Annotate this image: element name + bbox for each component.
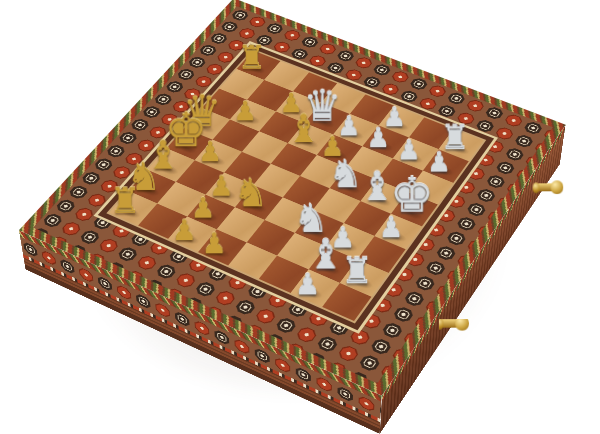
piece-silver-bishop-d7[interactable]: ♝: [359, 166, 394, 206]
piece-gold-rook-a1[interactable]: ♜: [235, 41, 267, 73]
piece-silver-pawn-e8[interactable]: ♟: [373, 213, 408, 241]
drawer-knob-upper[interactable]: [536, 183, 556, 191]
inner-line-frame: ♜♟♜♟♛♟♟♟♟♟♝♟♛♞♝♚♚♟♟♝♟♞♞♟♞♟♝♜♜♟♟♟: [106, 49, 486, 324]
piece-silver-pawn-b6[interactable]: ♟: [362, 124, 396, 151]
piece-silver-rook-g8[interactable]: ♜: [339, 252, 375, 288]
rope-inlay-border: ♜♟♜♟♛♟♟♟♟♟♝♟♛♞♝♚♚♟♟♝♟♞♞♟♞♟♝♜♜♟♟♟: [19, 0, 566, 396]
piece-gold-pawn-h4[interactable]: ♟: [196, 229, 232, 257]
piece-gold-pawn-e2[interactable]: ♟: [193, 139, 227, 166]
chess-board-grid: ♜♟♜♟♛♟♟♟♟♟♝♟♛♞♝♚♚♟♟♝♟♞♞♟♞♟♝♜♜♟♟♟: [109, 50, 483, 321]
piece-silver-pawn-b7[interactable]: ♟: [392, 136, 426, 163]
drawer-knob-lower[interactable]: [439, 319, 460, 328]
piece-silver-knight-d6[interactable]: ♞: [329, 155, 364, 193]
piece-silver-pawn-h7[interactable]: ♟: [289, 270, 325, 299]
board-top: ♜♟♜♟♛♟♟♟♟♟♝♟♛♞♝♚♚♟♟♝♟♞♞♟♞♟♝♜♜♟♟♟: [19, 0, 566, 396]
chess-box: ♜♟♜♟♛♟♟♟♟♟♝♟♛♞♝♚♚♟♟♝♟♞♞♟♞♟♝♜♜♟♟♟: [19, 0, 566, 396]
inner-cream-frame: ♜♟♜♟♛♟♟♟♟♟♝♟♛♞♝♚♚♟♟♝♟♞♞♟♞♟♝♜♜♟♟♟: [94, 41, 499, 334]
piece-gold-pawn-c2[interactable]: ♟: [229, 98, 262, 124]
piece-gold-rook-h1[interactable]: ♜: [107, 183, 142, 218]
inner-dark-frame: ♜♟♜♟♛♟♟♟♟♟♝♟♛♞♝♚♚♟♟♝♟♞♞♟♞♟♝♜♜♟♟♟: [98, 44, 494, 331]
piece-gold-knight-f4[interactable]: ♞: [234, 173, 269, 212]
product-photo-scene: ♜♟♜♟♛♟♟♟♟♟♝♟♛♞♝♚♚♟♟♝♟♞♞♟♞♟♝♜♜♟♟♟: [0, 0, 600, 434]
